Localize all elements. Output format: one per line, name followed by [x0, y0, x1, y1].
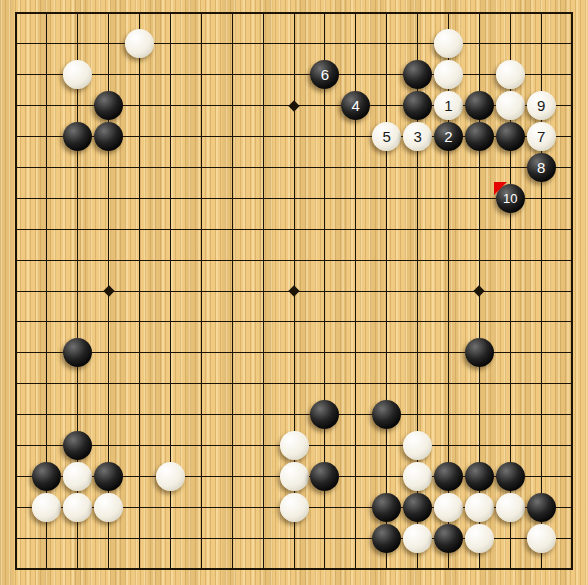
grid-line-vertical	[386, 12, 387, 570]
stone-black-move-6[interactable]: 6	[310, 60, 339, 89]
stone-white-move-9[interactable]: 9	[527, 91, 556, 120]
grid-line-horizontal	[15, 383, 573, 384]
stone-white[interactable]	[496, 493, 525, 522]
stone-black[interactable]	[310, 462, 339, 491]
stone-black[interactable]	[94, 122, 123, 151]
stone-white-move-5[interactable]: 5	[372, 122, 401, 151]
stone-white[interactable]	[434, 60, 463, 89]
stone-white[interactable]	[434, 493, 463, 522]
stone-black[interactable]	[434, 524, 463, 553]
stone-white[interactable]	[465, 493, 494, 522]
stone-black[interactable]	[403, 493, 432, 522]
stone-black[interactable]	[496, 122, 525, 151]
stone-black[interactable]	[403, 60, 432, 89]
stone-white[interactable]	[63, 493, 92, 522]
stone-black[interactable]	[465, 122, 494, 151]
stone-black[interactable]	[403, 91, 432, 120]
stone-black[interactable]	[372, 524, 401, 553]
stone-black[interactable]	[465, 91, 494, 120]
stone-white[interactable]	[496, 60, 525, 89]
star-point	[288, 285, 299, 296]
stone-white-move-3[interactable]: 3	[403, 122, 432, 151]
stone-white[interactable]	[403, 431, 432, 460]
stone-black[interactable]	[63, 122, 92, 151]
stone-white[interactable]	[403, 524, 432, 553]
stone-white[interactable]	[465, 524, 494, 553]
stone-black[interactable]	[496, 462, 525, 491]
stone-white[interactable]	[280, 431, 309, 460]
stone-black[interactable]	[465, 462, 494, 491]
stone-black[interactable]	[63, 431, 92, 460]
stone-white-move-7[interactable]: 7	[527, 122, 556, 151]
stone-white[interactable]	[63, 60, 92, 89]
stone-white[interactable]	[94, 493, 123, 522]
stone-black-move-4[interactable]: 4	[341, 91, 370, 120]
stone-black[interactable]	[465, 338, 494, 367]
stone-white[interactable]	[32, 493, 61, 522]
stone-black[interactable]	[94, 462, 123, 491]
stone-black[interactable]	[94, 91, 123, 120]
grid-line-horizontal	[15, 414, 573, 415]
stone-white[interactable]	[156, 462, 185, 491]
grid-line-vertical	[571, 12, 573, 570]
stone-white[interactable]	[496, 91, 525, 120]
stone-black[interactable]	[372, 493, 401, 522]
stone-black[interactable]	[63, 338, 92, 367]
stone-black-move-2[interactable]: 2	[434, 122, 463, 151]
stone-black[interactable]	[32, 462, 61, 491]
star-point	[288, 100, 299, 111]
stone-white[interactable]	[403, 462, 432, 491]
red-triangle-marker	[494, 182, 507, 195]
stone-black[interactable]	[310, 400, 339, 429]
stone-black[interactable]	[372, 400, 401, 429]
stone-black[interactable]	[434, 462, 463, 491]
star-point	[103, 285, 114, 296]
stone-white[interactable]	[527, 524, 556, 553]
stone-black[interactable]	[527, 493, 556, 522]
stone-white[interactable]	[434, 29, 463, 58]
grid-line-horizontal	[15, 568, 573, 570]
stone-white[interactable]	[280, 493, 309, 522]
grid-line-horizontal	[15, 321, 573, 322]
stone-white[interactable]	[125, 29, 154, 58]
go-board[interactable]: 64195327810	[0, 0, 588, 585]
stone-white[interactable]	[63, 462, 92, 491]
stone-white[interactable]	[280, 462, 309, 491]
stone-black-move-8[interactable]: 8	[527, 153, 556, 182]
star-point	[474, 285, 485, 296]
stone-white-move-1[interactable]: 1	[434, 91, 463, 120]
